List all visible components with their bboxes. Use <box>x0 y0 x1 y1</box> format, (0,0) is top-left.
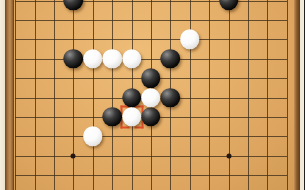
grid-vline <box>54 0 55 190</box>
background-right-strip <box>300 0 305 190</box>
star-point <box>226 153 231 158</box>
grid-hline <box>15 156 287 157</box>
white-stone <box>122 107 142 127</box>
grid-vline <box>190 0 191 190</box>
grid-hline <box>15 59 287 60</box>
grid-vline <box>73 0 74 190</box>
grid-hline <box>15 20 287 21</box>
grid-hline <box>15 1 287 2</box>
background-left-strip <box>0 0 5 190</box>
black-stone <box>219 0 239 10</box>
white-stone <box>180 30 200 50</box>
grid-vline <box>287 0 288 190</box>
black-stone <box>161 49 181 69</box>
grid-hline <box>15 175 287 176</box>
grid-vline <box>35 0 36 190</box>
grid-vline <box>93 0 94 190</box>
black-stone <box>141 107 161 127</box>
grid-vline <box>209 0 210 190</box>
grid-vline <box>112 0 113 190</box>
black-stone <box>102 107 122 127</box>
grid-vline <box>15 0 16 190</box>
grid-hline <box>15 136 287 137</box>
grid-vline <box>229 0 230 190</box>
black-stone <box>64 49 84 69</box>
board-left-rail <box>5 0 14 190</box>
black-stone <box>122 88 142 108</box>
white-stone <box>141 88 161 108</box>
black-stone <box>64 0 84 10</box>
grid-vline <box>267 0 268 190</box>
grid-hline <box>15 39 287 40</box>
white-stone <box>83 49 103 69</box>
gomoku-board[interactable] <box>13 0 295 190</box>
white-stone <box>83 127 103 147</box>
white-stone <box>102 49 122 69</box>
white-stone <box>122 49 142 69</box>
grid-vline <box>248 0 249 190</box>
black-stone <box>161 88 181 108</box>
gomoku-app-view <box>0 0 304 190</box>
star-point <box>71 153 76 158</box>
black-stone <box>141 68 161 88</box>
